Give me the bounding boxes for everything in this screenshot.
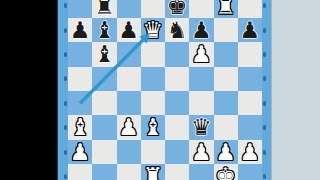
square-e8[interactable]: ♚: [165, 0, 189, 18]
white-queen[interactable]: ♛: [143, 18, 164, 42]
black-pawn[interactable]: ♟: [240, 18, 261, 42]
square-g2[interactable]: ♟: [214, 140, 238, 164]
square-c6[interactable]: [117, 42, 141, 66]
square-a4[interactable]: [68, 91, 92, 115]
square-d5[interactable]: [141, 67, 165, 91]
square-b8[interactable]: ♜: [92, 0, 116, 18]
square-g7[interactable]: [214, 18, 238, 42]
square-e6[interactable]: [165, 42, 189, 66]
square-f1[interactable]: [189, 164, 213, 180]
square-d6[interactable]: [141, 42, 165, 66]
square-f8[interactable]: [189, 0, 213, 18]
square-a6[interactable]: [68, 42, 92, 66]
square-b1[interactable]: [92, 164, 116, 180]
square-c7[interactable]: ♟: [117, 18, 141, 42]
square-g5[interactable]: [214, 67, 238, 91]
square-h3[interactable]: [238, 115, 262, 139]
square-c3[interactable]: ♟: [117, 115, 141, 139]
square-b5[interactable]: [92, 67, 116, 91]
square-c4[interactable]: [117, 91, 141, 115]
square-d1[interactable]: ♜: [141, 164, 165, 180]
square-c5[interactable]: [117, 67, 141, 91]
white-pawn[interactable]: ♟: [118, 115, 139, 139]
square-e7[interactable]: ♞: [165, 18, 189, 42]
square-g3[interactable]: [214, 115, 238, 139]
screenshot-stage: ♜♚♜♟♝♟♛♞♟♟♝♟♝♟♝♛♟♟♟♟♜♚: [0, 0, 320, 180]
frame-notch: [263, 28, 266, 33]
square-e3[interactable]: [165, 115, 189, 139]
square-a3[interactable]: ♝: [68, 115, 92, 139]
square-c2[interactable]: [117, 140, 141, 164]
black-queen[interactable]: ♛: [191, 115, 212, 139]
square-d4[interactable]: [141, 91, 165, 115]
square-e2[interactable]: [165, 140, 189, 164]
black-rook[interactable]: ♜: [94, 0, 115, 18]
square-h4[interactable]: [238, 91, 262, 115]
white-pawn[interactable]: ♟: [240, 140, 261, 164]
frame-notch: [64, 28, 67, 33]
board-frame-left: [57, 0, 68, 180]
square-h2[interactable]: ♟: [238, 140, 262, 164]
square-b7[interactable]: ♝: [92, 18, 116, 42]
square-a8[interactable]: [68, 0, 92, 18]
board-frame-right: [262, 0, 272, 180]
white-bishop[interactable]: ♝: [70, 115, 91, 139]
black-knight[interactable]: ♞: [167, 18, 188, 42]
square-f2[interactable]: ♟: [189, 140, 213, 164]
frame-notch: [64, 150, 67, 155]
square-f4[interactable]: [189, 91, 213, 115]
black-pawn[interactable]: ♟: [191, 18, 212, 42]
white-pawn[interactable]: ♟: [70, 140, 91, 164]
square-h8[interactable]: [238, 0, 262, 18]
right-gutter: [272, 0, 320, 180]
frame-notch: [64, 174, 67, 179]
frame-notch: [263, 150, 266, 155]
square-g8[interactable]: ♜: [214, 0, 238, 18]
square-e5[interactable]: [165, 67, 189, 91]
square-f5[interactable]: [189, 67, 213, 91]
frame-notch: [64, 125, 67, 130]
white-pawn[interactable]: ♟: [191, 140, 212, 164]
black-king[interactable]: ♚: [167, 0, 188, 18]
white-bishop[interactable]: ♝: [143, 115, 164, 139]
square-h6[interactable]: [238, 42, 262, 66]
frame-notch: [263, 3, 266, 8]
white-pawn[interactable]: ♟: [191, 42, 212, 66]
frame-notch: [263, 76, 266, 81]
square-c8[interactable]: [117, 0, 141, 18]
square-h1[interactable]: [238, 164, 262, 180]
frame-notch: [64, 52, 67, 57]
white-rook[interactable]: ♜: [215, 0, 236, 18]
frame-notch: [263, 52, 266, 57]
square-b6[interactable]: ♝: [92, 42, 116, 66]
square-c1[interactable]: [117, 164, 141, 180]
black-bishop[interactable]: ♝: [94, 42, 115, 66]
square-d8[interactable]: [141, 0, 165, 18]
square-e4[interactable]: [165, 91, 189, 115]
square-b3[interactable]: [92, 115, 116, 139]
black-bishop[interactable]: ♝: [94, 18, 115, 42]
square-g6[interactable]: [214, 42, 238, 66]
frame-notch: [263, 125, 266, 130]
square-f7[interactable]: ♟: [189, 18, 213, 42]
square-g1[interactable]: ♚: [214, 164, 238, 180]
frame-notch: [64, 101, 67, 106]
square-a5[interactable]: [68, 67, 92, 91]
square-b2[interactable]: [92, 140, 116, 164]
square-g4[interactable]: [214, 91, 238, 115]
square-d3[interactable]: ♝: [141, 115, 165, 139]
frame-notch: [64, 76, 67, 81]
white-rook[interactable]: ♜: [143, 164, 164, 180]
frame-notch: [263, 101, 266, 106]
square-d2[interactable]: [141, 140, 165, 164]
square-h5[interactable]: [238, 67, 262, 91]
white-king[interactable]: ♚: [215, 164, 236, 180]
black-pawn[interactable]: ♟: [70, 18, 91, 42]
square-f6[interactable]: ♟: [189, 42, 213, 66]
square-a7[interactable]: ♟: [68, 18, 92, 42]
square-a1[interactable]: [68, 164, 92, 180]
square-f3[interactable]: ♛: [189, 115, 213, 139]
square-e1[interactable]: [165, 164, 189, 180]
white-pawn[interactable]: ♟: [215, 140, 236, 164]
black-pawn[interactable]: ♟: [118, 18, 139, 42]
square-h7[interactable]: ♟: [238, 18, 262, 42]
square-b4[interactable]: [92, 91, 116, 115]
frame-notch: [64, 3, 67, 8]
square-d7[interactable]: ♛: [141, 18, 165, 42]
chess-board: ♜♚♜♟♝♟♛♞♟♟♝♟♝♟♝♛♟♟♟♟♜♚: [68, 0, 262, 180]
frame-notch: [263, 174, 266, 179]
square-a2[interactable]: ♟: [68, 140, 92, 164]
